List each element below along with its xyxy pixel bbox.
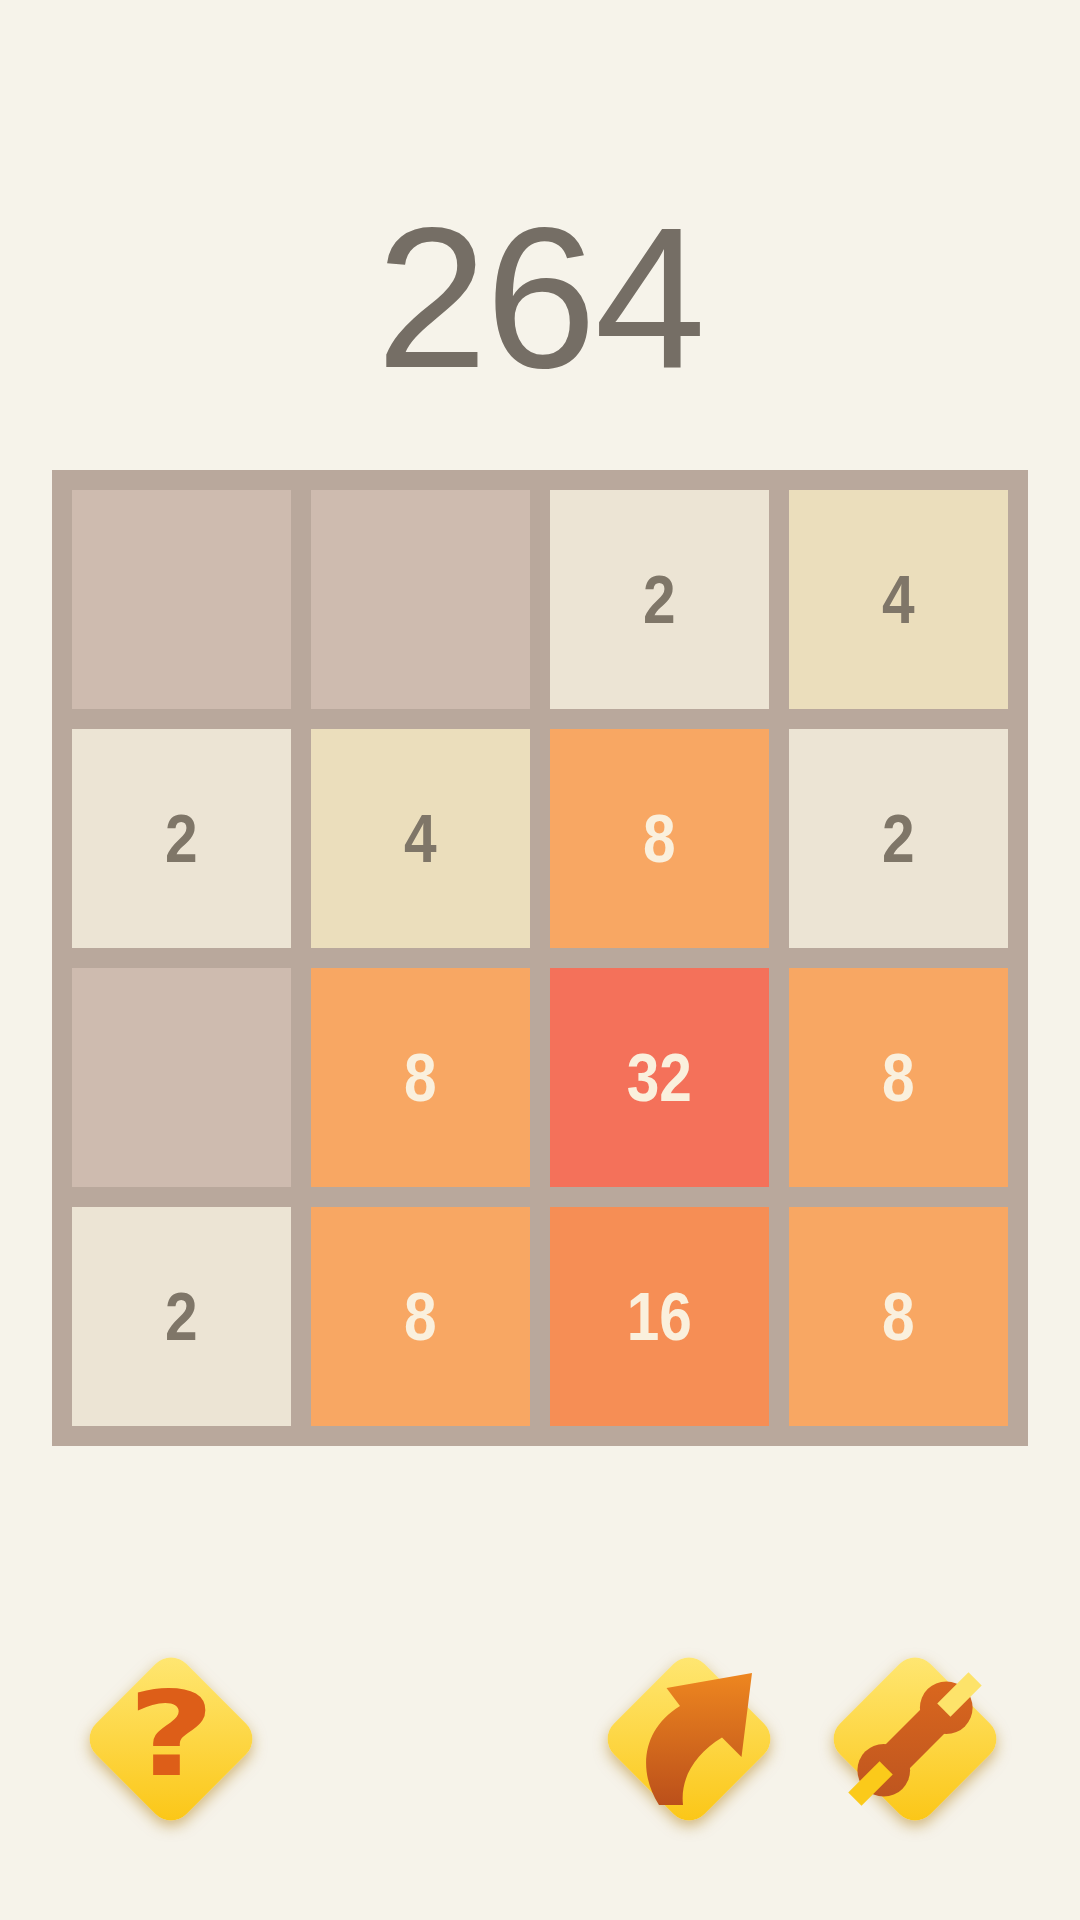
tile-r4c4-value-8: 8 — [789, 1207, 1008, 1426]
tile-r4c2-value-8: 8 — [311, 1207, 530, 1426]
tile-value: 2 — [165, 804, 198, 873]
tile-r1c4-value-4: 4 — [789, 490, 1008, 709]
tile-value: 4 — [882, 565, 915, 634]
tile-r4c3-value-16: 16 — [550, 1207, 769, 1426]
tile-r2c2-value-4: 4 — [311, 729, 530, 948]
board-grid[interactable]: 242482832828168 — [52, 470, 1028, 1446]
tile-r3c1-empty — [72, 968, 291, 1187]
tile-r3c3-value-32: 32 — [550, 968, 769, 1187]
tile-value: 8 — [643, 804, 676, 873]
score-display: 264 — [0, 198, 1080, 398]
tile-r2c3-value-8: 8 — [550, 729, 769, 948]
wrench-icon — [851, 1675, 979, 1803]
tile-value: 32 — [627, 1043, 692, 1112]
tile-r4c1-value-2: 2 — [72, 1207, 291, 1426]
tile-r3c2-value-8: 8 — [311, 968, 530, 1187]
tile-value: 2 — [643, 565, 676, 634]
tile-value: 2 — [882, 804, 915, 873]
tile-r2c4-value-2: 2 — [789, 729, 1008, 948]
tile-value: 2 — [165, 1282, 198, 1351]
tile-r1c2-empty — [311, 490, 530, 709]
share-arrow-icon — [625, 1675, 753, 1803]
settings-button[interactable] — [824, 1648, 1005, 1829]
help-button[interactable]: ? — [80, 1648, 261, 1829]
tile-value: 4 — [404, 804, 437, 873]
tile-value: 8 — [882, 1043, 915, 1112]
tile-r1c1-empty — [72, 490, 291, 709]
tile-r3c4-value-8: 8 — [789, 968, 1008, 1187]
tile-value: 8 — [404, 1282, 437, 1351]
tile-value: 16 — [627, 1282, 692, 1351]
tile-r1c3-value-2: 2 — [550, 490, 769, 709]
tile-value: 8 — [404, 1043, 437, 1112]
tile-value: 8 — [882, 1282, 915, 1351]
tile-r2c1-value-2: 2 — [72, 729, 291, 948]
share-button[interactable] — [598, 1648, 779, 1829]
question-mark-icon: ? — [107, 1675, 235, 1803]
question-mark-glyph: ? — [127, 1675, 215, 1793]
